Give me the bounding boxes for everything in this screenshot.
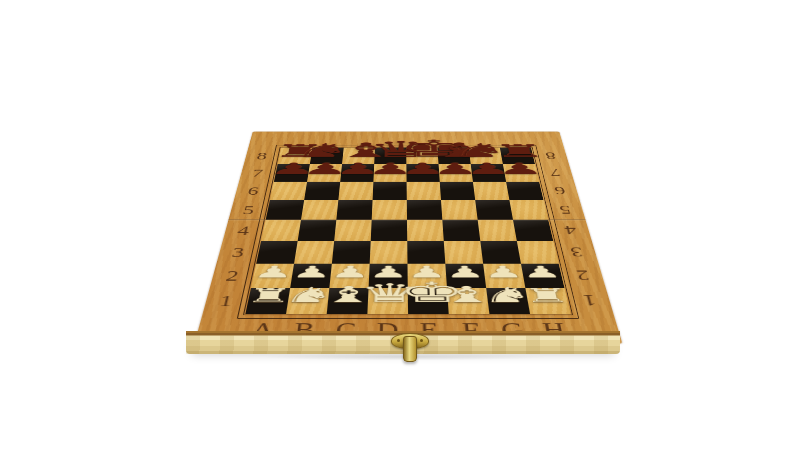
square-g7: [471, 164, 506, 181]
square-a8: [278, 148, 313, 164]
square-e6: [407, 182, 441, 201]
perspective-scene: 87654321 87654321 ABCDEFGH ♜♞♝♛♚♝♞♜♟♟♟♟♟…: [0, 0, 800, 450]
square-b5: [301, 200, 338, 220]
board-grid: [245, 148, 570, 314]
square-h5: [509, 200, 548, 220]
square-d2: [369, 264, 408, 288]
rank-label-6-right: 6: [544, 182, 576, 201]
square-b6: [304, 182, 340, 201]
rank-label-2-right: 2: [565, 264, 602, 288]
square-a4: [261, 220, 301, 241]
square-h3: [517, 241, 559, 264]
chess-set-photo: 87654321 87654321 ABCDEFGH ♜♞♝♛♚♝♞♜♟♟♟♟♟…: [0, 0, 800, 450]
clasp-screw-left: [397, 339, 400, 342]
rank-label-5-right: 5: [549, 200, 582, 220]
square-h6: [506, 182, 544, 201]
rank-label-6-left: 6: [237, 182, 268, 201]
rank-label-8-right: 8: [536, 148, 565, 164]
square-f5: [441, 200, 478, 220]
square-e2: [407, 264, 446, 288]
square-g1: [486, 288, 530, 314]
rank-label-8-left: 8: [247, 148, 276, 164]
chess-board: 87654321 87654321 ABCDEFGH ♜♞♝♛♚♝♞♜♟♟♟♟♟…: [194, 132, 622, 344]
square-d7: [373, 164, 406, 181]
square-d3: [370, 241, 408, 264]
square-h7: [503, 164, 539, 181]
square-d5: [372, 200, 407, 220]
square-d6: [373, 182, 407, 201]
square-c5: [336, 200, 372, 220]
square-b1: [286, 288, 329, 314]
rank-label-1-right: 1: [571, 288, 610, 314]
square-c7: [340, 164, 374, 181]
square-b3: [294, 241, 334, 264]
square-a6: [270, 182, 307, 201]
square-e4: [407, 220, 444, 241]
rank-label-4-left: 4: [226, 220, 260, 241]
square-d8: [374, 148, 406, 164]
rank-label-3-right: 3: [559, 241, 594, 264]
square-d4: [371, 220, 408, 241]
square-c4: [334, 220, 371, 241]
clasp-screw-right: [420, 339, 423, 342]
rank-label-2-left: 2: [214, 264, 250, 288]
square-e7: [406, 164, 439, 181]
square-f2: [445, 264, 486, 288]
square-c3: [332, 241, 371, 264]
square-g3: [480, 241, 521, 264]
square-c1: [327, 288, 369, 314]
square-f1: [447, 288, 489, 314]
square-h8: [500, 148, 535, 164]
square-h4: [513, 220, 553, 241]
square-g5: [475, 200, 513, 220]
square-h1: [525, 288, 570, 314]
square-b8: [310, 148, 344, 164]
square-c8: [342, 148, 375, 164]
square-d1: [367, 288, 408, 314]
square-e5: [407, 200, 443, 220]
rank-label-7-left: 7: [242, 164, 272, 181]
square-c2: [329, 264, 369, 288]
square-e1: [408, 288, 449, 314]
rank-label-3-left: 3: [220, 241, 255, 264]
square-h2: [521, 264, 565, 288]
brass-clasp-knob: [403, 336, 417, 362]
square-f3: [444, 241, 483, 264]
rank-label-5-left: 5: [232, 200, 264, 220]
square-a3: [256, 241, 297, 264]
square-f4: [442, 220, 480, 241]
square-c6: [338, 182, 373, 201]
square-a1: [245, 288, 290, 314]
square-a7: [274, 164, 310, 181]
square-g4: [478, 220, 517, 241]
square-b4: [298, 220, 337, 241]
square-a2: [251, 264, 294, 288]
square-g2: [483, 264, 525, 288]
square-g6: [473, 182, 510, 201]
square-f8: [437, 148, 470, 164]
square-e3: [407, 241, 445, 264]
rank-label-1-left: 1: [207, 288, 245, 314]
square-a5: [266, 200, 304, 220]
square-b7: [307, 164, 342, 181]
rank-label-7-right: 7: [540, 164, 570, 181]
rank-label-4-right: 4: [554, 220, 588, 241]
square-f7: [439, 164, 473, 181]
square-f6: [440, 182, 475, 201]
square-g8: [469, 148, 503, 164]
square-b2: [290, 264, 332, 288]
square-e8: [406, 148, 438, 164]
